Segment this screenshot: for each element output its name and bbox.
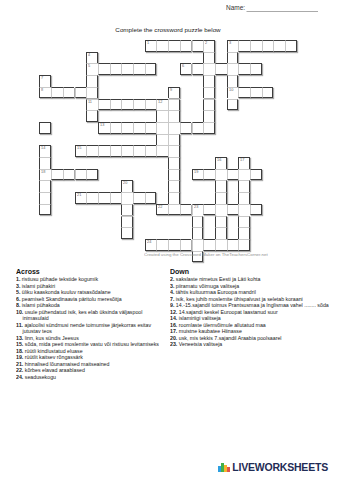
- cell-number: 15: [77, 146, 81, 150]
- cell-13-6[interactable]: [86, 192, 98, 204]
- cell-17-11[interactable]: 24: [145, 239, 157, 251]
- cell-2-15[interactable]: [192, 63, 204, 75]
- liveworksheets-logo[interactable]: LIVEWORKSHEETS: [218, 462, 328, 472]
- cell-14-14[interactable]: [180, 204, 192, 216]
- cell-7-11[interactable]: [145, 122, 157, 134]
- cell-9-5[interactable]: 15: [75, 145, 87, 157]
- cell-11-5[interactable]: [75, 169, 87, 181]
- cell-3-2[interactable]: 7: [39, 75, 51, 87]
- cell-14-15[interactable]: 23: [192, 204, 204, 216]
- cell-15-17[interactable]: [215, 216, 227, 228]
- cell-15-15[interactable]: [192, 216, 204, 228]
- cell-0-15[interactable]: [192, 40, 204, 52]
- cell-5-10[interactable]: [133, 99, 145, 111]
- cell-14-20[interactable]: [250, 204, 262, 216]
- cell-number: 10: [229, 88, 233, 92]
- cell-9-10[interactable]: [133, 145, 145, 157]
- across-list: 1. ristiusu pühade tekstide kogumik3. is…: [16, 276, 168, 380]
- cell-0-14[interactable]: [180, 40, 192, 52]
- cell-12-19[interactable]: [238, 180, 250, 192]
- cell-14-12[interactable]: 22: [156, 204, 168, 216]
- cell-17-18[interactable]: [227, 239, 239, 251]
- cell-number: 2: [205, 41, 207, 45]
- cell-7-10[interactable]: [133, 122, 145, 134]
- cell-4-2[interactable]: 8: [39, 87, 51, 99]
- cell-11-19[interactable]: [238, 169, 250, 181]
- cell-4-5[interactable]: [75, 87, 87, 99]
- cell-1-18[interactable]: [227, 52, 239, 64]
- cell-7-8[interactable]: [110, 122, 122, 134]
- cell-5-12[interactable]: 12: [156, 99, 168, 111]
- cell-9-11[interactable]: [145, 145, 157, 157]
- cell-5-13[interactable]: [168, 99, 180, 111]
- cell-number: 14: [41, 146, 45, 150]
- cell-number: 19: [194, 170, 198, 174]
- cell-10-2[interactable]: [39, 157, 51, 169]
- name-input-line[interactable]: [247, 5, 318, 12]
- cell-14-19[interactable]: [238, 204, 250, 216]
- cell-0-18[interactable]: 3: [227, 40, 239, 52]
- cell-13-13[interactable]: [168, 192, 180, 204]
- cell-10-19[interactable]: 17: [238, 157, 250, 169]
- cell-5-7[interactable]: [98, 99, 110, 111]
- cell-8-12[interactable]: [156, 134, 168, 146]
- cell-17-14[interactable]: [180, 239, 192, 251]
- cell-16-9[interactable]: [121, 227, 133, 239]
- cell-number: 18: [41, 170, 45, 174]
- cell-15-9[interactable]: [121, 216, 133, 228]
- cell-2-18[interactable]: [227, 63, 239, 75]
- logo-bar: [227, 467, 230, 472]
- credit-line-wrap: Created using the Crossword Maker on The…: [144, 252, 324, 260]
- cell-2-19[interactable]: [238, 63, 250, 75]
- cell-6-16[interactable]: [203, 110, 215, 122]
- cell-7-7[interactable]: 13: [98, 122, 110, 134]
- cell-3-6[interactable]: [86, 75, 98, 87]
- cell-2-8[interactable]: [110, 63, 122, 75]
- cell-5-16[interactable]: [203, 99, 215, 111]
- cell-7-13[interactable]: [168, 122, 180, 134]
- cell-0-20[interactable]: [250, 40, 262, 52]
- cell-3-18[interactable]: [227, 75, 239, 87]
- liveworksheets-wordmark: LIVEWORKSHEETS: [232, 462, 328, 472]
- cell-8-13[interactable]: [168, 134, 180, 146]
- cell-17-16[interactable]: [203, 239, 215, 251]
- cell-11-4[interactable]: [63, 169, 75, 181]
- cell-number: 21: [77, 193, 81, 197]
- credit-line: Created using the Crossword Maker on The…: [144, 252, 324, 257]
- cell-10-17[interactable]: 16: [215, 157, 227, 169]
- cell-2-7[interactable]: [98, 63, 110, 75]
- cell-9-6[interactable]: [86, 145, 98, 157]
- cell-10-13[interactable]: [168, 157, 180, 169]
- cell-16-19[interactable]: [238, 227, 250, 239]
- cell-9-7[interactable]: [98, 145, 110, 157]
- cell-14-2[interactable]: [39, 204, 51, 216]
- cell-11-18[interactable]: [227, 169, 239, 181]
- cell-number: 7: [41, 76, 43, 80]
- cell-number: 3: [229, 41, 231, 45]
- cell-11-2[interactable]: 18: [39, 169, 51, 181]
- cell-number: 6: [182, 64, 184, 68]
- cell-0-13[interactable]: [168, 40, 180, 52]
- cell-5-6[interactable]: 11: [86, 99, 98, 111]
- cell-14-16[interactable]: [203, 204, 215, 216]
- cell-11-20[interactable]: [250, 169, 262, 181]
- down-heading: Down: [170, 267, 338, 275]
- cell-number: 13: [100, 123, 104, 127]
- cell-13-2[interactable]: [39, 192, 51, 204]
- worksheet-title-wrap: Complete the crossword puzzle below: [16, 26, 320, 36]
- cell-16-15[interactable]: [192, 227, 204, 239]
- across-clues: Across 1. ristiusu pühade tekstide kogum…: [16, 267, 168, 480]
- cell-0-22[interactable]: [273, 40, 285, 52]
- cell-9-12[interactable]: [156, 145, 168, 157]
- clue-across-24: 24. seadusekogu: [16, 374, 168, 381]
- cell-17-17[interactable]: [215, 239, 227, 251]
- cell-9-13[interactable]: [168, 145, 180, 157]
- cell-11-6[interactable]: [86, 169, 98, 181]
- cell-5-11[interactable]: [145, 99, 157, 111]
- cell-5-8[interactable]: [110, 99, 122, 111]
- cell-2-6[interactable]: 5: [86, 63, 98, 75]
- cell-number: 17: [240, 158, 244, 162]
- name-row: Name:: [226, 4, 318, 14]
- cell-13-19[interactable]: [238, 192, 250, 204]
- cell-4-19[interactable]: [238, 87, 250, 99]
- cell-2-20[interactable]: [250, 63, 262, 75]
- cell-5-18[interactable]: [227, 99, 239, 111]
- cell-number: 9: [170, 88, 172, 92]
- cell-number: 12: [158, 100, 162, 104]
- cell-9-8[interactable]: [110, 145, 122, 157]
- cell-6-13[interactable]: [168, 110, 180, 122]
- cell-12-2[interactable]: [39, 180, 51, 192]
- cell-4-20[interactable]: [250, 87, 262, 99]
- cell-4-21[interactable]: [262, 87, 274, 99]
- name-label: Name:: [226, 4, 245, 12]
- cell-number: 8: [41, 88, 43, 92]
- cell-0-12[interactable]: [156, 40, 168, 52]
- cell-4-4[interactable]: [63, 87, 75, 99]
- cell-7-14[interactable]: [180, 122, 192, 134]
- cell-number: 11: [88, 100, 92, 104]
- cell-9-9[interactable]: [121, 145, 133, 157]
- clue-across-11: 11. ajaloolisi sündmusi nende toimumise …: [16, 322, 168, 335]
- cell-17-13[interactable]: [168, 239, 180, 251]
- cell-13-11[interactable]: [145, 192, 157, 204]
- cell-2-9[interactable]: [121, 63, 133, 75]
- cell-13-9[interactable]: [121, 192, 133, 204]
- cell-14-13[interactable]: [168, 204, 180, 216]
- cell-number: 23: [194, 205, 198, 209]
- cell-7-15[interactable]: [192, 122, 204, 134]
- cell-14-18[interactable]: [227, 204, 239, 216]
- cell-4-18[interactable]: 10: [227, 87, 239, 99]
- cell-4-13[interactable]: 9: [168, 87, 180, 99]
- across-heading: Across: [16, 267, 168, 275]
- cell-7-9[interactable]: [121, 122, 133, 134]
- cell-13-8[interactable]: [110, 192, 122, 204]
- cell-17-12[interactable]: [156, 239, 168, 251]
- cell-number: 5: [88, 64, 90, 68]
- cell-14-9[interactable]: [121, 204, 133, 216]
- cell-1-6[interactable]: 4: [86, 52, 98, 64]
- cell-13-10[interactable]: [133, 192, 145, 204]
- cell-6-12[interactable]: [156, 110, 168, 122]
- cell-17-15[interactable]: [192, 239, 204, 251]
- cell-number: 24: [147, 240, 151, 244]
- cell-17-19[interactable]: [238, 239, 250, 251]
- clue-down-23: 23. Veneetsia valitseja: [170, 341, 338, 348]
- cell-2-11[interactable]: [145, 63, 157, 75]
- cell-number: 16: [217, 158, 221, 162]
- cell-4-3[interactable]: [51, 87, 63, 99]
- down-list: 2. sakslaste nimetus Eesti ja Läti kohta…: [170, 276, 338, 348]
- cell-11-15[interactable]: 19: [192, 169, 204, 181]
- worksheet-page: Name: Complete the crossword puzzle belo…: [0, 0, 340, 480]
- cell-12-13[interactable]: [168, 180, 180, 192]
- liveworksheets-icon: [218, 462, 230, 472]
- cell-13-17[interactable]: [215, 192, 227, 204]
- cell-2-16[interactable]: [203, 63, 215, 75]
- cell-1-16[interactable]: [203, 52, 215, 64]
- cell-15-19[interactable]: [238, 216, 250, 228]
- cell-14-17[interactable]: [215, 204, 227, 216]
- cell-11-3[interactable]: [51, 169, 63, 181]
- cell-11-13[interactable]: [168, 169, 180, 181]
- cell-3-16[interactable]: [203, 75, 215, 87]
- cell-2-17[interactable]: [215, 63, 227, 75]
- cell-12-17[interactable]: [215, 180, 227, 192]
- worksheet-title: Complete the crossword puzzle below: [16, 26, 320, 33]
- cell-number: 22: [158, 205, 162, 209]
- cell-7-2[interactable]: [39, 122, 51, 134]
- cell-11-17[interactable]: [215, 169, 227, 181]
- cell-2-14[interactable]: 6: [180, 63, 192, 75]
- cell-2-10[interactable]: [133, 63, 145, 75]
- cell-7-12[interactable]: [156, 122, 168, 134]
- clue-across-10: 10. usule pühendatud isik, kes elab üksi…: [16, 309, 168, 322]
- cell-number: 20: [123, 181, 127, 185]
- cell-7-16[interactable]: [203, 122, 215, 134]
- cell-4-16[interactable]: [203, 87, 215, 99]
- cell-13-7[interactable]: [98, 192, 110, 204]
- cell-0-11[interactable]: 1: [145, 40, 157, 52]
- cell-6-6[interactable]: [86, 110, 98, 122]
- cell-number: 1: [147, 41, 149, 45]
- cell-5-9[interactable]: [121, 99, 133, 111]
- cell-4-6[interactable]: [86, 87, 98, 99]
- cell-0-19[interactable]: [238, 40, 250, 52]
- cell-16-17[interactable]: [215, 227, 227, 239]
- cell-number: 4: [88, 53, 90, 57]
- cell-0-16[interactable]: 2: [203, 40, 215, 52]
- cell-11-16[interactable]: [203, 169, 215, 181]
- cell-0-23[interactable]: [285, 40, 297, 52]
- cell-0-21[interactable]: [262, 40, 274, 52]
- down-clues: Down 2. sakslaste nimetus Eesti ja Läti …: [170, 267, 338, 428]
- cell-12-9[interactable]: 20: [121, 180, 133, 192]
- cell-13-5[interactable]: 21: [75, 192, 87, 204]
- cell-9-2[interactable]: 14: [39, 145, 51, 157]
